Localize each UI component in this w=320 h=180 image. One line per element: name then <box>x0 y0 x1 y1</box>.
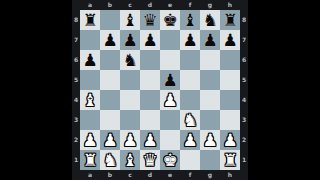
rank-labels-right: 87654321 <box>240 10 248 170</box>
square-c8[interactable]: ♝ <box>120 10 140 30</box>
coord-label-2: 2 <box>240 130 248 150</box>
square-e5[interactable]: ♟ <box>160 70 180 90</box>
coord-label-f: f <box>180 0 200 10</box>
coord-label-e: e <box>160 0 180 10</box>
white-king[interactable]: ♚ <box>162 150 177 170</box>
white-queen[interactable]: ♛ <box>142 150 157 170</box>
coord-label-c: c <box>120 170 140 180</box>
square-g7[interactable]: ♟ <box>200 30 220 50</box>
square-e4[interactable]: ♟ <box>160 90 180 110</box>
coord-label-b: b <box>100 170 120 180</box>
black-pawn[interactable]: ♟ <box>122 30 137 50</box>
square-b1[interactable]: ♞ <box>100 150 120 170</box>
square-a4[interactable]: ♝ <box>80 90 100 110</box>
coord-label-6: 6 <box>240 50 248 70</box>
coord-label-8: 8 <box>72 10 80 30</box>
coord-label-3: 3 <box>240 110 248 130</box>
black-pawn[interactable]: ♟ <box>82 50 97 70</box>
square-b2[interactable]: ♟ <box>100 130 120 150</box>
black-pawn[interactable]: ♟ <box>162 70 177 90</box>
square-g8[interactable]: ♞ <box>200 10 220 30</box>
square-f8[interactable]: ♝ <box>180 10 200 30</box>
square-h1[interactable]: ♜ <box>220 150 240 170</box>
white-rook[interactable]: ♜ <box>82 150 97 170</box>
square-g4[interactable] <box>200 90 220 110</box>
black-queen[interactable]: ♛ <box>142 10 157 30</box>
coord-label-g: g <box>200 170 220 180</box>
square-c2[interactable]: ♟ <box>120 130 140 150</box>
black-pawn[interactable]: ♟ <box>142 30 157 50</box>
coord-label-5: 5 <box>72 70 80 90</box>
square-c1[interactable]: ♝ <box>120 150 140 170</box>
white-bishop[interactable]: ♝ <box>122 150 137 170</box>
black-bishop[interactable]: ♝ <box>122 10 137 30</box>
square-d7[interactable]: ♟ <box>140 30 160 50</box>
coord-label-1: 1 <box>72 150 80 170</box>
coord-label-4: 4 <box>240 90 248 110</box>
square-a6[interactable]: ♟ <box>80 50 100 70</box>
square-h2[interactable]: ♟ <box>220 130 240 150</box>
square-e1[interactable]: ♚ <box>160 150 180 170</box>
square-a2[interactable]: ♟ <box>80 130 100 150</box>
square-a3[interactable] <box>80 110 100 130</box>
white-bishop[interactable]: ♝ <box>82 90 97 110</box>
black-pawn[interactable]: ♟ <box>222 30 237 50</box>
square-g2[interactable]: ♟ <box>200 130 220 150</box>
square-d1[interactable]: ♛ <box>140 150 160 170</box>
square-c5[interactable] <box>120 70 140 90</box>
board-grid: ♜♝♛♚♝♞♜♟♟♟♟♟♟♟♞♟♝♟♞♟♟♟♟♟♟♟♜♞♝♛♚♜ <box>80 10 240 170</box>
square-h3[interactable] <box>220 110 240 130</box>
square-d6[interactable] <box>140 50 160 70</box>
square-b4[interactable] <box>100 90 120 110</box>
square-a8[interactable]: ♜ <box>80 10 100 30</box>
square-f3[interactable]: ♞ <box>180 110 200 130</box>
square-f4[interactable] <box>180 90 200 110</box>
white-knight[interactable]: ♞ <box>182 110 197 130</box>
square-c3[interactable] <box>120 110 140 130</box>
white-pawn[interactable]: ♟ <box>162 90 177 110</box>
black-rook[interactable]: ♜ <box>82 10 97 30</box>
square-e3[interactable] <box>160 110 180 130</box>
coord-label-8: 8 <box>240 10 248 30</box>
square-a7[interactable] <box>80 30 100 50</box>
square-a5[interactable] <box>80 70 100 90</box>
black-knight[interactable]: ♞ <box>122 50 137 70</box>
square-f1[interactable] <box>180 150 200 170</box>
square-f5[interactable] <box>180 70 200 90</box>
chess-board: abcdefgh abcdefgh 87654321 87654321 ♜♝♛♚… <box>72 0 248 180</box>
white-pawn[interactable]: ♟ <box>142 130 157 150</box>
square-f2[interactable]: ♟ <box>180 130 200 150</box>
black-pawn[interactable]: ♟ <box>102 30 117 50</box>
coord-label-5: 5 <box>240 70 248 90</box>
black-pawn[interactable]: ♟ <box>182 30 197 50</box>
file-labels-top: abcdefgh <box>80 0 240 10</box>
square-g5[interactable] <box>200 70 220 90</box>
square-b3[interactable] <box>100 110 120 130</box>
square-c6[interactable]: ♞ <box>120 50 140 70</box>
square-h6[interactable] <box>220 50 240 70</box>
coord-label-4: 4 <box>72 90 80 110</box>
white-knight[interactable]: ♞ <box>102 150 117 170</box>
page-background: abcdefgh abcdefgh 87654321 87654321 ♜♝♛♚… <box>0 0 320 180</box>
coord-label-7: 7 <box>240 30 248 50</box>
coord-label-a: a <box>80 170 100 180</box>
coord-label-h: h <box>220 0 240 10</box>
square-b6[interactable] <box>100 50 120 70</box>
square-e2[interactable] <box>160 130 180 150</box>
white-pawn[interactable]: ♟ <box>122 130 137 150</box>
square-f6[interactable] <box>180 50 200 70</box>
square-d2[interactable]: ♟ <box>140 130 160 150</box>
coord-label-a: a <box>80 0 100 10</box>
coord-label-f: f <box>180 170 200 180</box>
coord-label-d: d <box>140 170 160 180</box>
square-c7[interactable]: ♟ <box>120 30 140 50</box>
coord-label-2: 2 <box>72 130 80 150</box>
coord-label-e: e <box>160 170 180 180</box>
square-g1[interactable] <box>200 150 220 170</box>
black-rook[interactable]: ♜ <box>222 10 237 30</box>
square-c4[interactable] <box>120 90 140 110</box>
coord-label-d: d <box>140 0 160 10</box>
square-f7[interactable]: ♟ <box>180 30 200 50</box>
white-pawn[interactable]: ♟ <box>182 130 197 150</box>
square-g3[interactable] <box>200 110 220 130</box>
square-d5[interactable] <box>140 70 160 90</box>
rank-labels-left: 87654321 <box>72 10 80 170</box>
white-pawn[interactable]: ♟ <box>82 130 97 150</box>
white-pawn[interactable]: ♟ <box>102 130 117 150</box>
square-e6[interactable] <box>160 50 180 70</box>
square-a1[interactable]: ♜ <box>80 150 100 170</box>
white-pawn[interactable]: ♟ <box>222 130 237 150</box>
square-h4[interactable] <box>220 90 240 110</box>
black-pawn[interactable]: ♟ <box>202 30 217 50</box>
coord-label-7: 7 <box>72 30 80 50</box>
coord-label-c: c <box>120 0 140 10</box>
white-rook[interactable]: ♜ <box>222 150 237 170</box>
square-g6[interactable] <box>200 50 220 70</box>
coord-label-1: 1 <box>240 150 248 170</box>
square-b8[interactable] <box>100 10 120 30</box>
square-h5[interactable] <box>220 70 240 90</box>
square-e7[interactable] <box>160 30 180 50</box>
black-king[interactable]: ♚ <box>162 10 177 30</box>
square-h8[interactable]: ♜ <box>220 10 240 30</box>
coord-label-h: h <box>220 170 240 180</box>
square-d3[interactable] <box>140 110 160 130</box>
square-d8[interactable]: ♛ <box>140 10 160 30</box>
white-pawn[interactable]: ♟ <box>202 130 217 150</box>
coord-label-b: b <box>100 0 120 10</box>
coord-label-g: g <box>200 0 220 10</box>
square-d4[interactable] <box>140 90 160 110</box>
coord-label-6: 6 <box>72 50 80 70</box>
square-h7[interactable]: ♟ <box>220 30 240 50</box>
square-b7[interactable]: ♟ <box>100 30 120 50</box>
coord-label-3: 3 <box>72 110 80 130</box>
file-labels-bottom: abcdefgh <box>80 170 240 180</box>
black-bishop[interactable]: ♝ <box>182 10 197 30</box>
black-knight[interactable]: ♞ <box>202 10 217 30</box>
square-e8[interactable]: ♚ <box>160 10 180 30</box>
square-b5[interactable] <box>100 70 120 90</box>
